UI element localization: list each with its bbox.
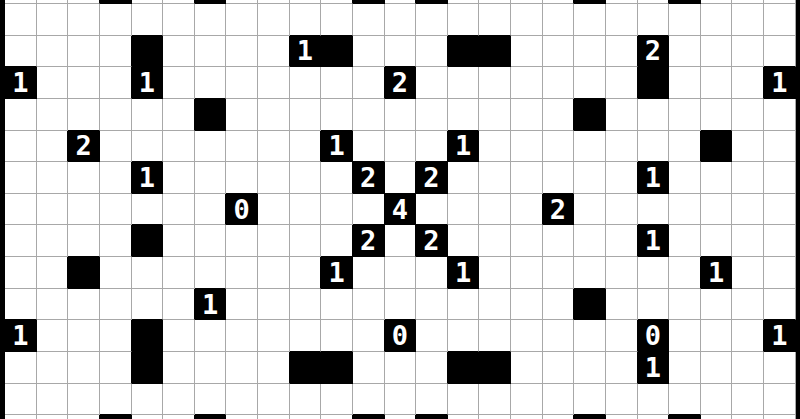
- grid-cell[interactable]: [669, 352, 701, 384]
- grid-cell[interactable]: [606, 289, 638, 321]
- grid-cell[interactable]: [448, 352, 480, 384]
- grid-cell[interactable]: 0: [638, 320, 670, 352]
- grid-cell[interactable]: [448, 289, 480, 321]
- grid-cell[interactable]: [195, 320, 227, 352]
- grid-cell[interactable]: [669, 225, 701, 257]
- grid-cell[interactable]: [669, 67, 701, 99]
- grid-cell[interactable]: [385, 131, 417, 163]
- grid-cell[interactable]: [5, 257, 37, 289]
- grid-cell[interactable]: [353, 194, 385, 226]
- grid-cell[interactable]: [100, 415, 132, 419]
- grid-cell[interactable]: [353, 352, 385, 384]
- grid-cell[interactable]: [195, 36, 227, 68]
- grid-cell[interactable]: [195, 162, 227, 194]
- grid-cell[interactable]: [448, 384, 480, 416]
- grid-cell[interactable]: [132, 320, 164, 352]
- grid-cell[interactable]: [100, 67, 132, 99]
- grid-cell[interactable]: [479, 4, 511, 36]
- grid-cell[interactable]: [701, 289, 733, 321]
- grid-cell[interactable]: 2: [416, 225, 448, 257]
- grid-cell[interactable]: 1: [638, 225, 670, 257]
- grid-cell[interactable]: [638, 194, 670, 226]
- grid-cell[interactable]: [258, 4, 290, 36]
- grid-cell[interactable]: [37, 289, 69, 321]
- grid-cell[interactable]: [448, 4, 480, 36]
- grid-cell[interactable]: [416, 99, 448, 131]
- grid-cell[interactable]: [258, 67, 290, 99]
- grid-cell[interactable]: [416, 4, 448, 36]
- grid-cell[interactable]: [511, 67, 543, 99]
- grid-cell[interactable]: 1: [448, 131, 480, 163]
- grid-cell[interactable]: [511, 131, 543, 163]
- grid-cell[interactable]: [701, 225, 733, 257]
- grid-cell[interactable]: [511, 415, 543, 419]
- grid-cell[interactable]: [226, 289, 258, 321]
- grid-cell[interactable]: [321, 415, 353, 419]
- grid-cell[interactable]: [353, 99, 385, 131]
- grid-cell[interactable]: [163, 225, 195, 257]
- grid-cell[interactable]: [163, 4, 195, 36]
- grid-cell[interactable]: [100, 131, 132, 163]
- grid-cell[interactable]: [353, 415, 385, 419]
- grid-cell[interactable]: [669, 384, 701, 416]
- grid-cell[interactable]: [321, 352, 353, 384]
- grid-cell[interactable]: [163, 289, 195, 321]
- grid-cell[interactable]: [511, 289, 543, 321]
- grid-cell[interactable]: [258, 99, 290, 131]
- grid-cell[interactable]: [479, 352, 511, 384]
- grid-cell[interactable]: [606, 352, 638, 384]
- grid-cell[interactable]: 1: [132, 67, 164, 99]
- grid-cell[interactable]: 1: [638, 162, 670, 194]
- grid-cell[interactable]: [606, 67, 638, 99]
- grid-cell[interactable]: [37, 225, 69, 257]
- grid-cell[interactable]: [195, 131, 227, 163]
- grid-cell[interactable]: [448, 415, 480, 419]
- grid-cell[interactable]: [479, 36, 511, 68]
- grid-cell[interactable]: [163, 352, 195, 384]
- grid-cell[interactable]: [195, 67, 227, 99]
- grid-cell[interactable]: [258, 225, 290, 257]
- grid-cell[interactable]: [416, 384, 448, 416]
- grid-cell[interactable]: [385, 289, 417, 321]
- grid-cell[interactable]: [37, 36, 69, 68]
- grid-cell[interactable]: [100, 289, 132, 321]
- grid-cell[interactable]: [511, 225, 543, 257]
- grid-cell[interactable]: [68, 4, 100, 36]
- grid-cell[interactable]: [669, 36, 701, 68]
- grid-cell[interactable]: [669, 257, 701, 289]
- grid-cell[interactable]: [132, 289, 164, 321]
- grid-cell[interactable]: [195, 4, 227, 36]
- grid-cell[interactable]: 1: [701, 257, 733, 289]
- grid-cell[interactable]: 4: [385, 194, 417, 226]
- grid-cell[interactable]: [37, 99, 69, 131]
- grid-cell[interactable]: 1: [448, 257, 480, 289]
- grid-cell[interactable]: [37, 162, 69, 194]
- grid-cell[interactable]: [638, 384, 670, 416]
- grid-cell[interactable]: [195, 194, 227, 226]
- grid-cell[interactable]: [701, 131, 733, 163]
- grid-cell[interactable]: [258, 194, 290, 226]
- grid-cell[interactable]: [479, 99, 511, 131]
- grid-cell[interactable]: [669, 131, 701, 163]
- grid-cell[interactable]: [290, 289, 322, 321]
- grid-cell[interactable]: [543, 4, 575, 36]
- grid-cell[interactable]: [732, 415, 764, 419]
- grid-cell[interactable]: [416, 257, 448, 289]
- grid-cell[interactable]: [701, 99, 733, 131]
- grid-cell[interactable]: [732, 99, 764, 131]
- grid-cell[interactable]: [543, 352, 575, 384]
- grid-cell[interactable]: [606, 99, 638, 131]
- grid-cell[interactable]: [543, 36, 575, 68]
- grid-cell[interactable]: [195, 415, 227, 419]
- grid-cell[interactable]: [37, 4, 69, 36]
- grid-cell[interactable]: [353, 131, 385, 163]
- grid-cell[interactable]: [258, 384, 290, 416]
- grid-cell[interactable]: [195, 257, 227, 289]
- grid-cell[interactable]: [321, 320, 353, 352]
- grid-cell[interactable]: [68, 384, 100, 416]
- grid-cell[interactable]: [321, 225, 353, 257]
- grid-cell[interactable]: [258, 320, 290, 352]
- grid-cell[interactable]: [543, 131, 575, 163]
- grid-cell[interactable]: [416, 36, 448, 68]
- grid-cell[interactable]: [100, 352, 132, 384]
- grid-cell[interactable]: [701, 384, 733, 416]
- grid-cell[interactable]: [416, 320, 448, 352]
- grid-cell[interactable]: [195, 225, 227, 257]
- grid-cell[interactable]: [416, 352, 448, 384]
- grid-cell[interactable]: [511, 4, 543, 36]
- grid-cell[interactable]: [163, 194, 195, 226]
- grid-cell[interactable]: [226, 384, 258, 416]
- grid-cell[interactable]: [37, 194, 69, 226]
- grid-cell[interactable]: [764, 36, 796, 68]
- grid-cell[interactable]: [68, 352, 100, 384]
- grid-cell[interactable]: [163, 384, 195, 416]
- grid-cell[interactable]: [764, 384, 796, 416]
- grid-cell[interactable]: [606, 162, 638, 194]
- grid-cell[interactable]: [606, 36, 638, 68]
- grid-cell[interactable]: [163, 36, 195, 68]
- grid-cell[interactable]: [226, 131, 258, 163]
- grid-cell[interactable]: [448, 320, 480, 352]
- grid-cell[interactable]: [448, 194, 480, 226]
- grid-cell[interactable]: [100, 257, 132, 289]
- grid-cell[interactable]: [511, 36, 543, 68]
- grid-cell[interactable]: 1: [638, 352, 670, 384]
- grid-cell[interactable]: [353, 4, 385, 36]
- grid-cell[interactable]: [638, 415, 670, 419]
- grid-cell[interactable]: [226, 4, 258, 36]
- grid-cell[interactable]: [606, 257, 638, 289]
- grid-cell[interactable]: [321, 162, 353, 194]
- grid-cell[interactable]: [732, 225, 764, 257]
- grid-cell[interactable]: [5, 415, 37, 419]
- grid-cell[interactable]: [68, 67, 100, 99]
- grid-cell[interactable]: [353, 257, 385, 289]
- grid-cell[interactable]: [385, 415, 417, 419]
- grid-cell[interactable]: [511, 257, 543, 289]
- grid-cell[interactable]: [290, 162, 322, 194]
- grid-cell[interactable]: [290, 257, 322, 289]
- grid-cell[interactable]: [606, 384, 638, 416]
- grid-cell[interactable]: [258, 257, 290, 289]
- grid-cell[interactable]: [543, 99, 575, 131]
- grid-cell[interactable]: [100, 225, 132, 257]
- grid-cell[interactable]: [258, 352, 290, 384]
- grid-cell[interactable]: [5, 131, 37, 163]
- grid-cell[interactable]: [68, 99, 100, 131]
- grid-cell[interactable]: [385, 162, 417, 194]
- grid-cell[interactable]: [732, 257, 764, 289]
- grid-cell[interactable]: [226, 320, 258, 352]
- grid-cell[interactable]: [764, 415, 796, 419]
- grid-cell[interactable]: [511, 99, 543, 131]
- grid-cell[interactable]: [511, 384, 543, 416]
- grid-cell[interactable]: [574, 415, 606, 419]
- grid-cell[interactable]: [195, 99, 227, 131]
- grid-cell[interactable]: [732, 36, 764, 68]
- grid-cell[interactable]: 2: [353, 162, 385, 194]
- grid-cell[interactable]: [638, 289, 670, 321]
- grid-cell[interactable]: [574, 352, 606, 384]
- grid-cell[interactable]: [321, 194, 353, 226]
- grid-cell[interactable]: [732, 131, 764, 163]
- grid-cell[interactable]: 2: [543, 194, 575, 226]
- grid-cell[interactable]: [764, 289, 796, 321]
- grid-cell[interactable]: [290, 67, 322, 99]
- grid-cell[interactable]: [290, 99, 322, 131]
- grid-cell[interactable]: [669, 194, 701, 226]
- grid-cell[interactable]: [574, 4, 606, 36]
- grid-cell[interactable]: [574, 384, 606, 416]
- grid-cell[interactable]: [574, 99, 606, 131]
- grid-cell[interactable]: [732, 4, 764, 36]
- grid-cell[interactable]: [5, 4, 37, 36]
- grid-cell[interactable]: [226, 162, 258, 194]
- grid-cell[interactable]: [226, 415, 258, 419]
- grid-cell[interactable]: [669, 4, 701, 36]
- grid-cell[interactable]: [37, 131, 69, 163]
- grid-cell[interactable]: [321, 36, 353, 68]
- grid-cell[interactable]: [511, 162, 543, 194]
- grid-cell[interactable]: [606, 320, 638, 352]
- grid-cell[interactable]: [479, 194, 511, 226]
- grid-cell[interactable]: [226, 352, 258, 384]
- grid-cell[interactable]: [385, 36, 417, 68]
- grid-cell[interactable]: [5, 36, 37, 68]
- grid-cell[interactable]: 2: [638, 36, 670, 68]
- grid-cell[interactable]: [543, 289, 575, 321]
- grid-cell[interactable]: [321, 4, 353, 36]
- grid-cell[interactable]: [574, 36, 606, 68]
- grid-cell[interactable]: [5, 99, 37, 131]
- grid-cell[interactable]: [764, 131, 796, 163]
- grid-cell[interactable]: [258, 131, 290, 163]
- grid-cell[interactable]: [764, 194, 796, 226]
- grid-cell[interactable]: [163, 320, 195, 352]
- grid-cell[interactable]: 2: [385, 67, 417, 99]
- grid-cell[interactable]: [416, 131, 448, 163]
- grid-cell[interactable]: [764, 225, 796, 257]
- grid-cell[interactable]: [321, 384, 353, 416]
- grid-cell[interactable]: [764, 99, 796, 131]
- grid-cell[interactable]: 1: [195, 289, 227, 321]
- grid-cell[interactable]: [479, 289, 511, 321]
- grid-cell[interactable]: [543, 162, 575, 194]
- grid-cell[interactable]: [543, 415, 575, 419]
- grid-cell[interactable]: [385, 257, 417, 289]
- grid-cell[interactable]: [574, 194, 606, 226]
- grid-cell[interactable]: 1: [5, 67, 37, 99]
- grid-cell[interactable]: [764, 352, 796, 384]
- grid-cell[interactable]: [416, 289, 448, 321]
- grid-cell[interactable]: [606, 131, 638, 163]
- grid-cell[interactable]: [669, 99, 701, 131]
- grid-cell[interactable]: [100, 162, 132, 194]
- grid-cell[interactable]: [321, 67, 353, 99]
- grid-cell[interactable]: [37, 415, 69, 419]
- grid-cell[interactable]: [638, 99, 670, 131]
- grid-cell[interactable]: [100, 384, 132, 416]
- grid-cell[interactable]: [543, 384, 575, 416]
- grid-cell[interactable]: [258, 289, 290, 321]
- grid-cell[interactable]: [68, 320, 100, 352]
- grid-cell[interactable]: [416, 194, 448, 226]
- grid-cell[interactable]: [5, 225, 37, 257]
- grid-cell[interactable]: 1: [290, 36, 322, 68]
- grid-cell[interactable]: [574, 162, 606, 194]
- grid-cell[interactable]: [226, 257, 258, 289]
- grid-cell[interactable]: [764, 257, 796, 289]
- grid-cell[interactable]: [638, 131, 670, 163]
- grid-cell[interactable]: [290, 415, 322, 419]
- grid-cell[interactable]: [37, 352, 69, 384]
- grid-cell[interactable]: [479, 384, 511, 416]
- grid-cell[interactable]: [448, 162, 480, 194]
- grid-cell[interactable]: [701, 320, 733, 352]
- grid-cell[interactable]: [732, 320, 764, 352]
- grid-cell[interactable]: [574, 289, 606, 321]
- grid-cell[interactable]: [37, 384, 69, 416]
- grid-cell[interactable]: [701, 415, 733, 419]
- grid-cell[interactable]: [669, 415, 701, 419]
- grid-cell[interactable]: [448, 225, 480, 257]
- grid-cell[interactable]: [163, 131, 195, 163]
- grid-cell[interactable]: [258, 415, 290, 419]
- grid-cell[interactable]: [132, 36, 164, 68]
- grid-cell[interactable]: [511, 352, 543, 384]
- grid-cell[interactable]: [416, 67, 448, 99]
- grid-cell[interactable]: [132, 352, 164, 384]
- grid-cell[interactable]: [732, 162, 764, 194]
- grid-cell[interactable]: [163, 257, 195, 289]
- grid-cell[interactable]: [68, 415, 100, 419]
- grid-cell[interactable]: [479, 320, 511, 352]
- grid-cell[interactable]: [606, 4, 638, 36]
- grid-cell[interactable]: 0: [226, 194, 258, 226]
- grid-cell[interactable]: [574, 257, 606, 289]
- grid-cell[interactable]: [511, 194, 543, 226]
- grid-cell[interactable]: [479, 131, 511, 163]
- grid-cell[interactable]: [638, 4, 670, 36]
- grid-cell[interactable]: [68, 162, 100, 194]
- grid-cell[interactable]: [5, 289, 37, 321]
- grid-cell[interactable]: [290, 320, 322, 352]
- grid-cell[interactable]: [701, 352, 733, 384]
- grid-cell[interactable]: 2: [68, 131, 100, 163]
- grid-cell[interactable]: 1: [321, 257, 353, 289]
- grid-cell[interactable]: [290, 131, 322, 163]
- grid-cell[interactable]: [321, 289, 353, 321]
- grid-cell[interactable]: [163, 99, 195, 131]
- grid-cell[interactable]: [5, 162, 37, 194]
- grid-cell[interactable]: [479, 162, 511, 194]
- grid-cell[interactable]: [385, 352, 417, 384]
- grid-cell[interactable]: [638, 257, 670, 289]
- grid-cell[interactable]: [258, 36, 290, 68]
- grid-cell[interactable]: [290, 225, 322, 257]
- grid-cell[interactable]: [258, 162, 290, 194]
- grid-cell[interactable]: [732, 352, 764, 384]
- grid-cell[interactable]: [5, 194, 37, 226]
- grid-cell[interactable]: [353, 67, 385, 99]
- grid-cell[interactable]: [68, 36, 100, 68]
- grid-cell[interactable]: [448, 67, 480, 99]
- grid-cell[interactable]: [574, 225, 606, 257]
- grid-cell[interactable]: [543, 257, 575, 289]
- grid-cell[interactable]: [353, 320, 385, 352]
- grid-cell[interactable]: [37, 320, 69, 352]
- grid-cell[interactable]: [290, 384, 322, 416]
- grid-cell[interactable]: [353, 384, 385, 416]
- grid-cell[interactable]: [669, 289, 701, 321]
- grid-cell[interactable]: [100, 194, 132, 226]
- grid-cell[interactable]: [163, 415, 195, 419]
- grid-cell[interactable]: [195, 384, 227, 416]
- grid-cell[interactable]: [416, 415, 448, 419]
- grid-cell[interactable]: [448, 99, 480, 131]
- grid-cell[interactable]: 1: [764, 320, 796, 352]
- grid-cell[interactable]: [732, 384, 764, 416]
- grid-cell[interactable]: [321, 99, 353, 131]
- grid-cell[interactable]: [290, 352, 322, 384]
- grid-cell[interactable]: [100, 36, 132, 68]
- grid-cell[interactable]: [606, 225, 638, 257]
- grid-cell[interactable]: [701, 36, 733, 68]
- grid-cell[interactable]: 1: [5, 320, 37, 352]
- grid-cell[interactable]: [290, 4, 322, 36]
- grid-cell[interactable]: 0: [385, 320, 417, 352]
- grid-cell[interactable]: [132, 415, 164, 419]
- grid-cell[interactable]: [226, 225, 258, 257]
- grid-cell[interactable]: [68, 257, 100, 289]
- grid-cell[interactable]: [353, 36, 385, 68]
- grid-cell[interactable]: [385, 4, 417, 36]
- grid-cell[interactable]: [543, 67, 575, 99]
- grid-cell[interactable]: [226, 67, 258, 99]
- grid-cell[interactable]: [479, 67, 511, 99]
- grid-cell[interactable]: [100, 320, 132, 352]
- grid-cell[interactable]: [385, 225, 417, 257]
- grid-cell[interactable]: [163, 162, 195, 194]
- grid-cell[interactable]: [385, 99, 417, 131]
- grid-cell[interactable]: [163, 67, 195, 99]
- grid-cell[interactable]: [132, 194, 164, 226]
